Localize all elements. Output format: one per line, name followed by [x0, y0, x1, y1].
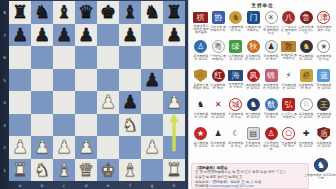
sponsor-cell-r1c7: 鲁山东省棋牌 运动管理中心: [298, 11, 315, 39]
square-e4[interactable]: ♟: [97, 91, 119, 114]
square-a7[interactable]: ♟: [9, 24, 31, 47]
square-e2[interactable]: [97, 136, 119, 159]
sponsor-caption: 星火国际象棋 俱乐部: [192, 141, 209, 147]
sponsor-logo-icon: ✳: [265, 11, 278, 24]
square-d1[interactable]: ♛: [75, 159, 97, 182]
sponsor-page: 支持单位 棋全国体育运动学校 国际象棋基地协北京大学 国际象棋协会♞中国国际象棋…: [188, 0, 336, 189]
square-b1[interactable]: ♞: [31, 159, 53, 182]
sponsor-cell-r1c2: 协北京大学 国际象棋协会: [210, 11, 227, 39]
sponsor-logo-icon: ♞: [300, 40, 313, 53]
file-label-c: c: [56, 182, 71, 188]
logo-glyph: ♟: [267, 43, 274, 51]
sponsor-caption: 金秋国际象棋 培训中心: [245, 54, 262, 60]
black-pawn-h7[interactable]: ♟: [166, 24, 182, 46]
sponsor-cell-r4c2: ✕先锋国际象棋 俱乐部: [210, 98, 227, 126]
sponsor-caption: 将帅国际象棋 学校: [263, 54, 280, 60]
square-a6[interactable]: [9, 46, 31, 69]
sponsor-cell-r4c3: 城长城国际象棋 协会: [227, 98, 244, 126]
sponsor-cell-r2c1: ♙蓝天国际象棋 俱乐部: [192, 40, 209, 68]
square-e8[interactable]: ♚: [97, 1, 119, 24]
sponsor-logo-icon: ♘: [300, 98, 313, 111]
sponsor-cell-r5c6: ⬠五星国际象棋 学校: [280, 127, 297, 155]
sponsor-logo-icon: 协: [212, 11, 225, 24]
logo-glyph: 航: [267, 101, 275, 109]
logo-glyph: 桥: [302, 72, 310, 80]
square-h6[interactable]: [163, 46, 185, 69]
sponsor-cell-r3c5: 锦锦绣国际象棋 培训学校: [263, 69, 280, 97]
sponsor-logo-icon: ★: [317, 40, 330, 53]
sponsor-caption: 中国国际象棋 协会: [227, 25, 244, 31]
square-h3[interactable]: [163, 114, 185, 137]
sponsor-caption: 全国体育运动学校 国际象棋基地: [192, 24, 209, 33]
logo-glyph: 鲁: [302, 14, 310, 22]
sponsor-caption: 先锋国际象棋 俱乐部: [210, 112, 227, 118]
knight-badge-icon: ♞: [314, 158, 328, 172]
sponsor-logo-icon: ♙: [265, 127, 278, 140]
logo-glyph: ☾: [232, 130, 239, 138]
sponsor-cell-r2c4: 秋金秋国际象棋 培训中心: [245, 40, 262, 68]
sponsor-caption: 启航国际象棋 学校: [263, 112, 280, 118]
white-pawn-e4[interactable]: ♟: [100, 91, 116, 113]
sponsor-logo-icon: 敦: [281, 41, 296, 52]
square-c7[interactable]: ♟: [53, 24, 75, 47]
logo-glyph: ✚: [303, 130, 310, 138]
sponsor-caption: 王者国际象棋 俱乐部: [315, 112, 332, 118]
sponsor-caption: 骑士国际象棋 俱乐部: [245, 112, 262, 118]
sponsor-cell-r2c5: ♟将帅国际象棋 学校: [263, 40, 280, 68]
square-d5[interactable]: [75, 69, 97, 92]
sponsor-caption: 弈友国际象棋 工作室: [210, 141, 227, 147]
file-label-g: g: [144, 182, 159, 188]
sponsor-caption: 新月国际象棋 协会: [227, 141, 244, 147]
sponsor-logo-icon: 绿: [229, 40, 242, 53]
sponsor-caption: 海天国际象棋 代表队: [227, 82, 244, 88]
square-b8[interactable]: ♞: [31, 1, 53, 24]
publisher-badge: ♞ 上海国际象棋 俱乐部有限公司: [309, 158, 333, 186]
sponsor-logo-icon: 门: [247, 11, 260, 24]
sponsor-caption: 上海交通大学 国际象棋协会: [263, 25, 280, 34]
sponsor-logo-icon: 鲁: [300, 11, 313, 24]
logo-glyph: ★: [320, 43, 327, 51]
magazine-masthead-box: 《国际象棋》编委会 主 管:中国国际象棋协会 编 委:叶江川 谢军 徐俊 倪华 …: [191, 163, 309, 189]
square-b2[interactable]: ♟: [31, 136, 53, 159]
square-a8[interactable]: ♜: [9, 1, 31, 24]
square-e6[interactable]: [97, 46, 119, 69]
sponsor-caption: 红星国际象棋 学校: [210, 83, 227, 89]
square-b5[interactable]: [31, 69, 53, 92]
sponsor-cell-r5c8: 盾神盾国际象棋 俱乐部: [315, 127, 332, 155]
square-d3[interactable]: [75, 114, 97, 137]
sponsor-cell-r3c1: ♘皇家骑士国际象棋 学院: [192, 69, 209, 97]
logo-glyph: ⬠: [285, 130, 292, 138]
sponsor-logo-icon: ⚡: [282, 69, 295, 82]
masthead-email: chessmagazine@163.com: [210, 184, 254, 188]
sponsor-cell-r1c6: 八八一体工大队 国际象棋队: [280, 11, 297, 39]
rank-label-8: 8: [1, 4, 7, 20]
sponsor-cell-r4c4: ♞骑士国际象棋 俱乐部: [245, 98, 262, 126]
black-bishop-c8[interactable]: ♝: [56, 1, 72, 23]
logo-glyph: ♟: [215, 130, 222, 138]
white-pawn-b2[interactable]: ♟: [34, 136, 50, 158]
black-pawn-b7[interactable]: ♟: [34, 24, 50, 46]
logo-glyph: ✕: [215, 101, 222, 109]
white-pawn-g2[interactable]: ♟: [144, 136, 160, 158]
square-g3[interactable]: [141, 114, 163, 137]
sponsor-caption: 绿洲国际象棋 俱乐部: [227, 54, 244, 60]
sponsor-cell-r5c4: ▤智弈国际象棋 网络平台: [245, 127, 262, 155]
black-pawn-f4[interactable]: ♟: [122, 91, 138, 113]
sponsor-logo-icon: ♟: [212, 127, 225, 140]
logo-glyph: 棋: [197, 14, 205, 22]
sponsor-cell-r5c3: ☾新月国际象棋 协会: [227, 127, 244, 155]
sponsor-caption: 智弈国际象棋 网络平台: [245, 141, 262, 147]
white-pawn-h4[interactable]: ♟: [166, 91, 182, 113]
chess-board-panel: 87654321 ♜♞♝♛♚♝♞♜♟♟♟♟♟♟♟♟♟♟♞♟♟♟♟♟♜♞♝♛♚♝♜…: [0, 0, 188, 189]
rank-label-2: 2: [1, 139, 7, 155]
screenshot-root: 87654321 ♜♞♝♛♚♝♞♜♟♟♟♟♟♟♟♟♟♟♞♟♟♟♟♟♜♞♝♛♚♝♜…: [0, 0, 336, 189]
masthead-lines: 主 管:中国国际象棋协会 编 委:叶江川 谢军 徐俊 倪华 丁立人名誉主编:谢军…: [195, 170, 305, 189]
logo-glyph: ♙: [197, 43, 204, 51]
sponsor-caption: 少年宫国际象棋 培训基地: [263, 141, 280, 150]
sponsor-logo-icon: 秋: [247, 40, 260, 53]
square-c4[interactable]: [53, 91, 75, 114]
sponsor-logo-icon: 弘: [282, 98, 295, 111]
sponsor-logo-icon: 锦: [265, 69, 278, 82]
square-f5[interactable]: [119, 69, 141, 92]
sponsor-logo-icon: ♟: [265, 40, 278, 53]
sponsor-caption: 中人青少 国际象棋院: [280, 112, 297, 118]
sponsor-cell-r5c5: ♙少年宫国际象棋 培训基地: [263, 127, 280, 155]
sponsor-cell-r2c2: 粤广州棋院 国际象棋队: [210, 40, 227, 68]
white-queen-d1[interactable]: ♛: [78, 159, 94, 181]
sponsor-cell-r5c2: ♟弈友国际象棋 工作室: [210, 127, 227, 155]
sponsor-logo-icon: 八: [282, 11, 295, 24]
square-c1[interactable]: ♝: [53, 159, 75, 182]
chess-board: ♜♞♝♛♚♝♞♜♟♟♟♟♟♟♟♟♟♟♞♟♟♟♟♟♜♞♝♛♚♝♜: [9, 1, 185, 181]
sponsor-cell-r3c6: ⚡闪电国际象棋 俱乐部: [280, 69, 297, 97]
sponsor-caption: 山东省棋牌 运动管理中心: [298, 25, 315, 34]
sponsor-cell-r5c7: ✚正阳国际象棋 俱乐部: [298, 127, 315, 155]
sponsor-cell-r5c1: ★星火国际象棋 俱乐部: [192, 127, 209, 155]
logo-glyph: 蓝: [320, 72, 328, 80]
square-e3[interactable]: [97, 114, 119, 137]
logo-glyph: 八: [285, 14, 293, 22]
file-label-a: a: [12, 182, 27, 188]
white-bishop-c1[interactable]: ♝: [56, 159, 72, 181]
square-a2[interactable]: ♟: [9, 136, 31, 159]
square-h4[interactable]: ♟: [163, 91, 185, 114]
sponsor-cell-r2c8: ★星光国际象棋 协会: [315, 40, 332, 68]
square-a3[interactable]: [9, 114, 31, 137]
logo-glyph: 弘: [285, 101, 293, 109]
square-h7[interactable]: ♟: [163, 24, 185, 47]
logo-glyph: ♞: [303, 43, 310, 51]
sponsor-logo-icon: 海: [228, 70, 243, 81]
square-e1[interactable]: ♚: [97, 159, 119, 182]
sponsor-logo-icon: ▤: [247, 127, 260, 140]
file-label-e: e: [100, 182, 115, 188]
sponsor-caption: 锦绣国际象棋 培训学校: [263, 83, 280, 89]
logo-glyph: ♞: [197, 101, 204, 109]
logo-glyph: 红: [214, 72, 222, 80]
square-h8[interactable]: ♜: [163, 1, 185, 24]
square-b6[interactable]: [31, 46, 53, 69]
sponsor-caption: 长城国际象棋 协会: [227, 112, 244, 118]
sponsor-caption: 五星国际象棋 学校: [280, 141, 297, 147]
square-f3[interactable]: ♞: [119, 114, 141, 137]
logo-glyph: ♙: [267, 130, 274, 138]
black-queen-d8[interactable]: ♛: [78, 1, 94, 23]
square-e5[interactable]: [97, 69, 119, 92]
sponsor-logo-icon: ✕: [212, 98, 225, 111]
white-pawn-a2[interactable]: ♟: [12, 136, 28, 158]
file-label-f: f: [122, 182, 137, 188]
sponsor-logo-icon: 津: [317, 11, 330, 24]
square-c8[interactable]: ♝: [53, 1, 75, 24]
square-a4[interactable]: [9, 91, 31, 114]
square-f7[interactable]: ♟: [119, 24, 141, 47]
logo-glyph: 城: [232, 101, 240, 109]
sponsor-caption: 天津市国际象棋 协会: [315, 25, 332, 31]
masthead-line-4: 投稿邮箱:chessmagazine@163.com: [195, 184, 305, 189]
white-pawn-c2[interactable]: ♟: [56, 136, 72, 158]
black-pawn-c7[interactable]: ♟: [56, 24, 72, 46]
sponsor-caption: 神盾国际象棋 俱乐部: [315, 141, 332, 147]
sponsor-logo-icon: ♞: [194, 98, 207, 111]
black-pawn-f7[interactable]: ♟: [122, 24, 138, 46]
square-a1[interactable]: ♜: [9, 159, 31, 182]
logo-glyph: 粤: [214, 43, 222, 51]
square-d2[interactable]: ♟: [75, 136, 97, 159]
black-rook-a8[interactable]: ♜: [12, 1, 28, 23]
sponsor-caption: 旋风国际象棋 俱乐部: [245, 83, 262, 89]
logo-glyph: 门: [249, 14, 257, 22]
square-a5[interactable]: [9, 69, 31, 92]
sponsor-caption: 闪电国际象棋 俱乐部: [280, 83, 297, 89]
rank-labels: 87654321: [0, 1, 9, 181]
sponsor-logo-icon: ☾: [229, 127, 242, 140]
rank-label-1: 1: [1, 162, 7, 178]
sponsor-cell-r3c4: 风旋风国际象棋 俱乐部: [245, 69, 262, 97]
rank-label-7: 7: [1, 27, 7, 43]
black-knight-g8[interactable]: ♞: [144, 1, 160, 23]
sponsor-caption: 中国建设 国际象棋队: [245, 25, 262, 31]
file-label-h: h: [166, 182, 181, 188]
black-bishop-f8[interactable]: ♝: [122, 1, 138, 23]
sponsor-logo-icon: 王: [317, 98, 330, 111]
square-c3[interactable]: [53, 114, 75, 137]
sponsor-caption: 金桥国际象棋 学校: [298, 83, 315, 89]
black-king-e8[interactable]: ♚: [100, 1, 116, 23]
sponsor-caption: 敦煌棋苑 国际象棋社: [280, 53, 297, 59]
square-d8[interactable]: ♛: [75, 1, 97, 24]
square-f2[interactable]: [119, 136, 141, 159]
logo-glyph: 盾: [320, 130, 328, 138]
sponsor-logo-icon: ♘: [194, 69, 207, 82]
sponsor-logo-icon: 粤: [212, 40, 225, 53]
sponsor-cell-r4c6: 弘中人青少 国际象棋院: [280, 98, 297, 126]
sponsor-logo-icon: 航: [265, 98, 278, 111]
sponsor-cell-r4c1: ♞大师国际象棋 工作室: [192, 98, 209, 126]
logo-glyph: 锦: [267, 72, 275, 80]
sponsor-cell-r1c5: ✳上海交通大学 国际象棋协会: [263, 11, 280, 39]
sponsor-cell-r3c7: 桥金桥国际象棋 学校: [298, 69, 315, 97]
logo-glyph: ✳: [268, 14, 275, 22]
square-d4[interactable]: [75, 91, 97, 114]
square-f6[interactable]: [119, 46, 141, 69]
sponsor-cell-r2c3: 绿绿洲国际象棋 俱乐部: [227, 40, 244, 68]
black-knight-b8[interactable]: ♞: [34, 1, 50, 23]
square-b4[interactable]: [31, 91, 53, 114]
square-g5[interactable]: ♟: [141, 69, 163, 92]
square-b3[interactable]: [31, 114, 53, 137]
square-f1[interactable]: ♝: [119, 159, 141, 182]
square-f8[interactable]: ♝: [119, 1, 141, 24]
logo-glyph: 秋: [249, 43, 257, 51]
square-c2[interactable]: ♟: [53, 136, 75, 159]
sponsor-caption: 星光国际象棋 协会: [315, 54, 332, 60]
square-d6[interactable]: [75, 46, 97, 69]
logo-glyph: 津: [320, 14, 328, 22]
square-g6[interactable]: [141, 46, 163, 69]
logo-glyph: 风: [249, 72, 257, 80]
publisher-badge-caption: 上海国际象棋 俱乐部有限公司: [303, 173, 336, 179]
sponsor-cell-r4c8: 王王者国际象棋 俱乐部: [315, 98, 332, 126]
sponsor-cell-r3c3: 海海天国际象棋 代表队: [227, 69, 244, 97]
file-labels: abcdefgh: [9, 181, 185, 189]
sponsor-logo-icon: ✚: [300, 127, 313, 140]
sponsor-cell-r1c3: ♞中国国际象棋 协会: [227, 11, 244, 39]
sponsor-logo-icon: ★: [194, 127, 207, 140]
rank-label-5: 5: [1, 72, 7, 88]
square-e7[interactable]: [97, 24, 119, 47]
sponsor-cell-r4c7: ♘白马国际象棋 俱乐部: [298, 98, 315, 126]
sponsor-caption: 正阳国际象棋 俱乐部: [298, 141, 315, 147]
logo-glyph: 海: [232, 72, 240, 80]
sponsor-page-title: 支持单位: [204, 2, 322, 9]
square-c6[interactable]: [53, 46, 75, 69]
white-pawn-d2[interactable]: ♟: [78, 136, 94, 158]
logo-glyph: 王: [320, 101, 328, 109]
white-knight-f3[interactable]: ♞: [122, 114, 138, 136]
sponsor-cell-r2c6: 敦敦煌棋苑 国际象棋社: [280, 40, 297, 68]
rank-label-4: 4: [1, 94, 7, 110]
sponsor-cell-r4c5: 航启航国际象棋 学校: [263, 98, 280, 126]
square-c5[interactable]: [53, 69, 75, 92]
black-pawn-d7[interactable]: ♟: [78, 24, 94, 46]
sponsor-logo-icon: ♞: [229, 11, 242, 24]
sponsor-logo-grid: 棋全国体育运动学校 国际象棋基地协北京大学 国际象棋协会♞中国国际象棋 协会门中…: [189, 11, 336, 155]
logo-glyph: ▤: [250, 130, 258, 138]
white-bishop-f1[interactable]: ♝: [122, 159, 138, 181]
sponsor-caption: 蓝海国际象棋 俱乐部: [315, 83, 332, 89]
logo-glyph: 敦: [285, 43, 293, 51]
sponsor-logo-icon: 红: [212, 69, 225, 82]
logo-glyph: ♞: [250, 101, 257, 109]
square-g4[interactable]: [141, 91, 163, 114]
white-knight-b1[interactable]: ♞: [34, 159, 50, 181]
sponsor-caption: 八一体工大队 国际象棋队: [280, 25, 297, 34]
sponsor-cell-r3c8: 蓝蓝海国际象棋 俱乐部: [315, 69, 332, 97]
sponsor-caption: 广州棋院 国际象棋队: [210, 54, 227, 60]
sponsor-cell-r1c1: 棋全国体育运动学校 国际象棋基地: [192, 11, 209, 39]
white-rook-a1[interactable]: ♜: [12, 159, 28, 181]
rank-label-3: 3: [1, 117, 7, 133]
square-h2[interactable]: [163, 136, 185, 159]
square-b7[interactable]: ♟: [31, 24, 53, 47]
sponsor-cell-r3c2: 红红星国际象棋 学校: [210, 69, 227, 97]
white-king-e1[interactable]: ♚: [100, 159, 116, 181]
logo-glyph: ⚡: [286, 72, 292, 80]
sponsor-logo-icon: 桥: [300, 69, 313, 82]
square-g7[interactable]: [141, 24, 163, 47]
sponsor-logo-icon: 蓝: [317, 69, 330, 82]
sponsor-caption: 北京大学 国际象棋协会: [210, 25, 227, 31]
logo-glyph: ★: [197, 130, 204, 138]
sponsor-cell-r1c8: 津天津市国际象棋 协会: [315, 11, 332, 39]
sponsor-logo-icon: ♙: [194, 40, 207, 53]
sponsor-caption: 皇家骑士国际象棋 学院: [192, 83, 209, 89]
logo-glyph: ♘: [197, 72, 204, 80]
square-h5[interactable]: [163, 69, 185, 92]
square-g1[interactable]: [141, 159, 163, 182]
sponsor-logo-icon: 城: [229, 98, 242, 111]
file-label-b: b: [34, 182, 49, 188]
square-d7[interactable]: ♟: [75, 24, 97, 47]
file-label-d: d: [78, 182, 93, 188]
sponsor-logo-icon: 棋: [193, 12, 208, 23]
sponsor-logo-icon: ⬠: [282, 127, 295, 140]
sponsor-caption: 白马国际象棋 俱乐部: [298, 112, 315, 118]
sponsor-logo-icon: ♞: [247, 98, 260, 111]
square-f4[interactable]: ♟: [119, 91, 141, 114]
black-rook-h8[interactable]: ♜: [166, 1, 182, 23]
sponsor-cell-r2c7: ♞黑马国际象棋 俱乐部: [298, 40, 315, 68]
square-g2[interactable]: ♟: [141, 136, 163, 159]
square-g8[interactable]: ♞: [141, 1, 163, 24]
logo-glyph: ♞: [232, 14, 239, 22]
sponsor-logo-icon: 风: [247, 69, 260, 82]
logo-glyph: 协: [214, 14, 222, 22]
sponsor-caption: 大师国际象棋 工作室: [192, 112, 209, 118]
sponsor-caption: 蓝天国际象棋 俱乐部: [192, 54, 209, 60]
logo-glyph: 绿: [232, 43, 240, 51]
sponsor-cell-r1c4: 门中国建设 国际象棋队: [245, 11, 262, 39]
sponsor-logo-icon: 盾: [317, 127, 330, 140]
rank-label-6: 6: [1, 49, 7, 65]
logo-glyph: ♘: [303, 101, 310, 109]
black-pawn-a7[interactable]: ♟: [12, 24, 28, 46]
black-pawn-g5[interactable]: ♟: [144, 69, 160, 91]
square-h1[interactable]: ♜: [163, 159, 185, 182]
sponsor-caption: 黑马国际象棋 俱乐部: [298, 54, 315, 60]
white-rook-h1[interactable]: ♜: [166, 159, 182, 181]
